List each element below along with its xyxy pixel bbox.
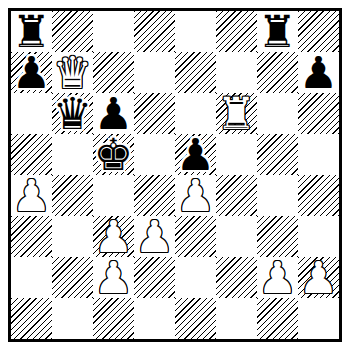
- square-a8[interactable]: ♜: [11, 11, 52, 52]
- square-g1[interactable]: [257, 298, 298, 339]
- square-c5[interactable]: ♚: [93, 134, 134, 175]
- square-c4[interactable]: [93, 175, 134, 216]
- square-a6[interactable]: [11, 93, 52, 134]
- square-h2[interactable]: ♟: [298, 257, 339, 298]
- square-d6[interactable]: [134, 93, 175, 134]
- square-e7[interactable]: [175, 52, 216, 93]
- square-c6[interactable]: ♟: [93, 93, 134, 134]
- square-b4[interactable]: [52, 175, 93, 216]
- square-g2[interactable]: ♟: [257, 257, 298, 298]
- white-rook: ♜: [217, 93, 256, 134]
- square-c2[interactable]: ♟: [93, 257, 134, 298]
- black-pawn: ♟: [299, 52, 338, 93]
- square-g4[interactable]: [257, 175, 298, 216]
- square-g3[interactable]: [257, 216, 298, 257]
- square-a5[interactable]: [11, 134, 52, 175]
- square-d5[interactable]: [134, 134, 175, 175]
- square-c1[interactable]: [93, 298, 134, 339]
- square-f4[interactable]: [216, 175, 257, 216]
- black-king: ♚: [94, 134, 133, 175]
- black-pawn: ♟: [94, 93, 133, 134]
- white-pawn: ♟: [258, 257, 297, 298]
- square-a4[interactable]: ♟: [11, 175, 52, 216]
- square-e6[interactable]: [175, 93, 216, 134]
- black-queen: ♛: [53, 93, 92, 134]
- square-a7[interactable]: ♟: [11, 52, 52, 93]
- chess-board: ♜♜♟♛♟♛♟♜♚♟♟♟♟♟♟♟♟: [11, 11, 339, 339]
- square-f1[interactable]: [216, 298, 257, 339]
- square-h8[interactable]: [298, 11, 339, 52]
- square-f8[interactable]: [216, 11, 257, 52]
- black-pawn: ♟: [12, 52, 51, 93]
- square-a3[interactable]: [11, 216, 52, 257]
- square-e8[interactable]: [175, 11, 216, 52]
- square-e2[interactable]: [175, 257, 216, 298]
- square-h5[interactable]: [298, 134, 339, 175]
- square-f2[interactable]: [216, 257, 257, 298]
- square-h1[interactable]: [298, 298, 339, 339]
- square-g5[interactable]: [257, 134, 298, 175]
- square-d7[interactable]: [134, 52, 175, 93]
- square-f6[interactable]: ♜: [216, 93, 257, 134]
- square-c3[interactable]: ♟: [93, 216, 134, 257]
- white-pawn: ♟: [135, 216, 174, 257]
- square-f7[interactable]: [216, 52, 257, 93]
- white-pawn: ♟: [299, 257, 338, 298]
- square-b2[interactable]: [52, 257, 93, 298]
- black-rook: ♜: [12, 11, 51, 52]
- square-g8[interactable]: ♜: [257, 11, 298, 52]
- square-b6[interactable]: ♛: [52, 93, 93, 134]
- square-a1[interactable]: [11, 298, 52, 339]
- square-h7[interactable]: ♟: [298, 52, 339, 93]
- square-a2[interactable]: [11, 257, 52, 298]
- white-pawn: ♟: [94, 257, 133, 298]
- square-e4[interactable]: ♟: [175, 175, 216, 216]
- square-e3[interactable]: [175, 216, 216, 257]
- square-b3[interactable]: [52, 216, 93, 257]
- square-d8[interactable]: [134, 11, 175, 52]
- square-f3[interactable]: [216, 216, 257, 257]
- square-d3[interactable]: ♟: [134, 216, 175, 257]
- square-g6[interactable]: [257, 93, 298, 134]
- square-b1[interactable]: [52, 298, 93, 339]
- square-e5[interactable]: ♟: [175, 134, 216, 175]
- square-h4[interactable]: [298, 175, 339, 216]
- black-rook: ♜: [258, 11, 297, 52]
- black-pawn: ♟: [176, 134, 215, 175]
- square-b8[interactable]: [52, 11, 93, 52]
- square-c7[interactable]: [93, 52, 134, 93]
- square-d2[interactable]: [134, 257, 175, 298]
- white-queen: ♛: [53, 52, 92, 93]
- square-e1[interactable]: [175, 298, 216, 339]
- square-d1[interactable]: [134, 298, 175, 339]
- white-pawn: ♟: [176, 175, 215, 216]
- page-background: { "game": "chess", "position": { "fen": …: [0, 0, 350, 350]
- board-frame: ♜♜♟♛♟♛♟♜♚♟♟♟♟♟♟♟♟: [8, 8, 342, 342]
- square-b5[interactable]: [52, 134, 93, 175]
- square-h3[interactable]: [298, 216, 339, 257]
- white-pawn: ♟: [12, 175, 51, 216]
- square-d4[interactable]: [134, 175, 175, 216]
- square-h6[interactable]: [298, 93, 339, 134]
- square-b7[interactable]: ♛: [52, 52, 93, 93]
- square-f5[interactable]: [216, 134, 257, 175]
- square-g7[interactable]: [257, 52, 298, 93]
- square-c8[interactable]: [93, 11, 134, 52]
- white-pawn: ♟: [94, 216, 133, 257]
